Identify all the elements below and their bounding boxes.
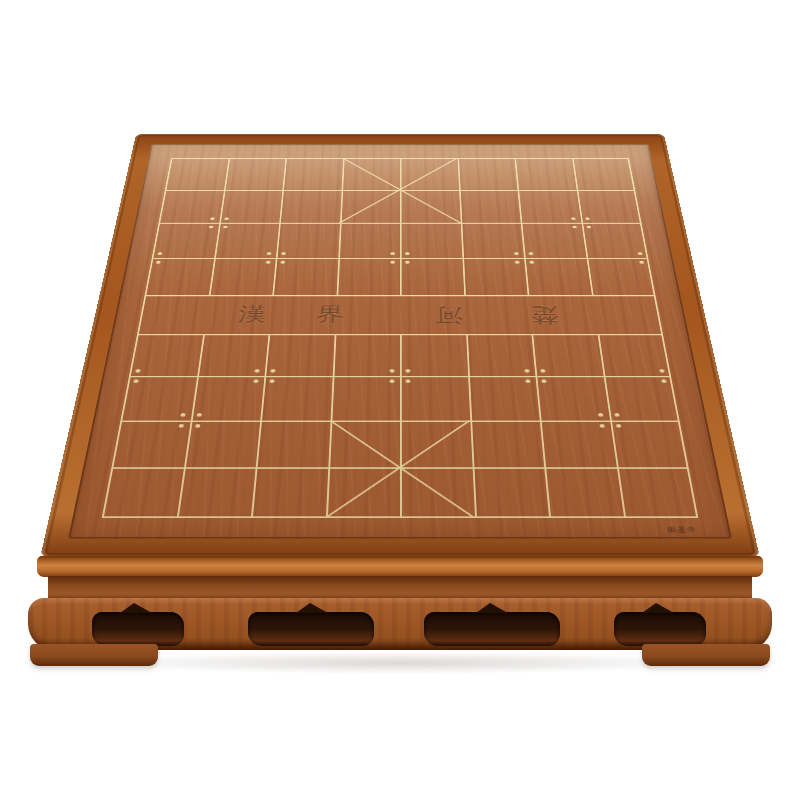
grid-cell <box>535 376 609 420</box>
xiangqi-board-frame: 漢界河楚 御圣® <box>40 134 760 558</box>
grid-cell <box>400 158 459 189</box>
grid-cell <box>165 158 228 189</box>
ground-shadow <box>80 652 720 674</box>
grid-cell <box>256 420 330 467</box>
apron-cutout <box>92 612 184 646</box>
grid-cell <box>214 223 279 258</box>
grid-cell <box>282 158 342 189</box>
grid-cell <box>531 334 603 376</box>
grid-cell <box>400 223 462 258</box>
board-grid: 漢界河楚 <box>102 158 699 518</box>
grid-cell <box>462 258 528 295</box>
grid-cell <box>111 420 190 467</box>
grid-cell <box>460 223 524 258</box>
grid-cell <box>260 376 332 420</box>
apron-cutout <box>614 612 706 646</box>
grid-cell <box>603 376 679 420</box>
grid-cell <box>468 376 540 420</box>
grid-cell <box>472 468 549 518</box>
grid-cell <box>265 334 335 376</box>
right-foot <box>642 644 770 666</box>
apron-cutout <box>248 612 374 646</box>
grid-cell <box>572 158 635 189</box>
grid-cell <box>219 190 283 223</box>
grid-cell <box>184 420 261 467</box>
grid-cell <box>521 223 586 258</box>
base-apron <box>28 598 772 650</box>
board-surface: 漢界河楚 御圣® <box>68 144 732 538</box>
grid-cell <box>276 223 340 258</box>
grid-cell <box>152 223 219 258</box>
grid-cell <box>576 190 641 223</box>
grid-cell <box>338 223 400 258</box>
grid-cell <box>400 258 464 295</box>
grid-cell <box>400 376 470 420</box>
grid-cell <box>272 258 338 295</box>
grid-cell <box>400 468 475 518</box>
grid-cell <box>197 334 269 376</box>
apron-cutout <box>424 612 560 646</box>
grid-cell <box>208 258 275 295</box>
grid-cell <box>251 468 328 518</box>
grid-cell <box>544 468 623 518</box>
grid-cell <box>592 295 663 334</box>
grid-cell <box>176 468 255 518</box>
grid-cell <box>102 468 184 518</box>
grid-cell <box>341 158 400 189</box>
grid-cell <box>464 295 532 334</box>
grid-cell <box>459 190 521 223</box>
base-recessed-band <box>48 576 752 600</box>
grid-cell <box>340 190 400 223</box>
grid-cell <box>328 420 400 467</box>
grid-cell <box>518 190 582 223</box>
grid-cell <box>279 190 341 223</box>
grid-cell <box>334 295 400 334</box>
grid-cell <box>581 223 648 258</box>
grid-cell <box>586 258 655 295</box>
grid-cell <box>400 420 472 467</box>
grid-cell <box>400 334 468 376</box>
grid-cell <box>540 420 617 467</box>
grid-cell <box>332 334 400 376</box>
grid-cell <box>159 190 224 223</box>
grid-cell <box>129 334 203 376</box>
grid-cell <box>269 295 337 334</box>
grid-cell <box>528 295 598 334</box>
grid-cell <box>224 158 286 189</box>
grid-cell <box>524 258 591 295</box>
grid-cell <box>514 158 576 189</box>
grid-cell <box>121 376 197 420</box>
grid-cell <box>145 258 214 295</box>
brand-mark: 御圣® <box>666 525 697 535</box>
grid-cell <box>466 334 536 376</box>
grid-cell <box>325 468 400 518</box>
grid-cell <box>616 468 698 518</box>
grid-cell <box>330 376 400 420</box>
left-foot <box>30 644 158 666</box>
grid-cell <box>336 258 400 295</box>
grid-cell <box>457 158 517 189</box>
grid-cell <box>610 420 689 467</box>
grid-cell <box>190 376 264 420</box>
grid-cell <box>597 334 671 376</box>
grid-cell <box>400 295 466 334</box>
board-scene: 漢界河楚 御圣® <box>40 134 760 558</box>
grid-cell <box>137 295 208 334</box>
grid-cell <box>470 420 544 467</box>
frame-front-molding <box>37 556 763 577</box>
grid-cell <box>400 190 460 223</box>
grid-cell <box>203 295 273 334</box>
